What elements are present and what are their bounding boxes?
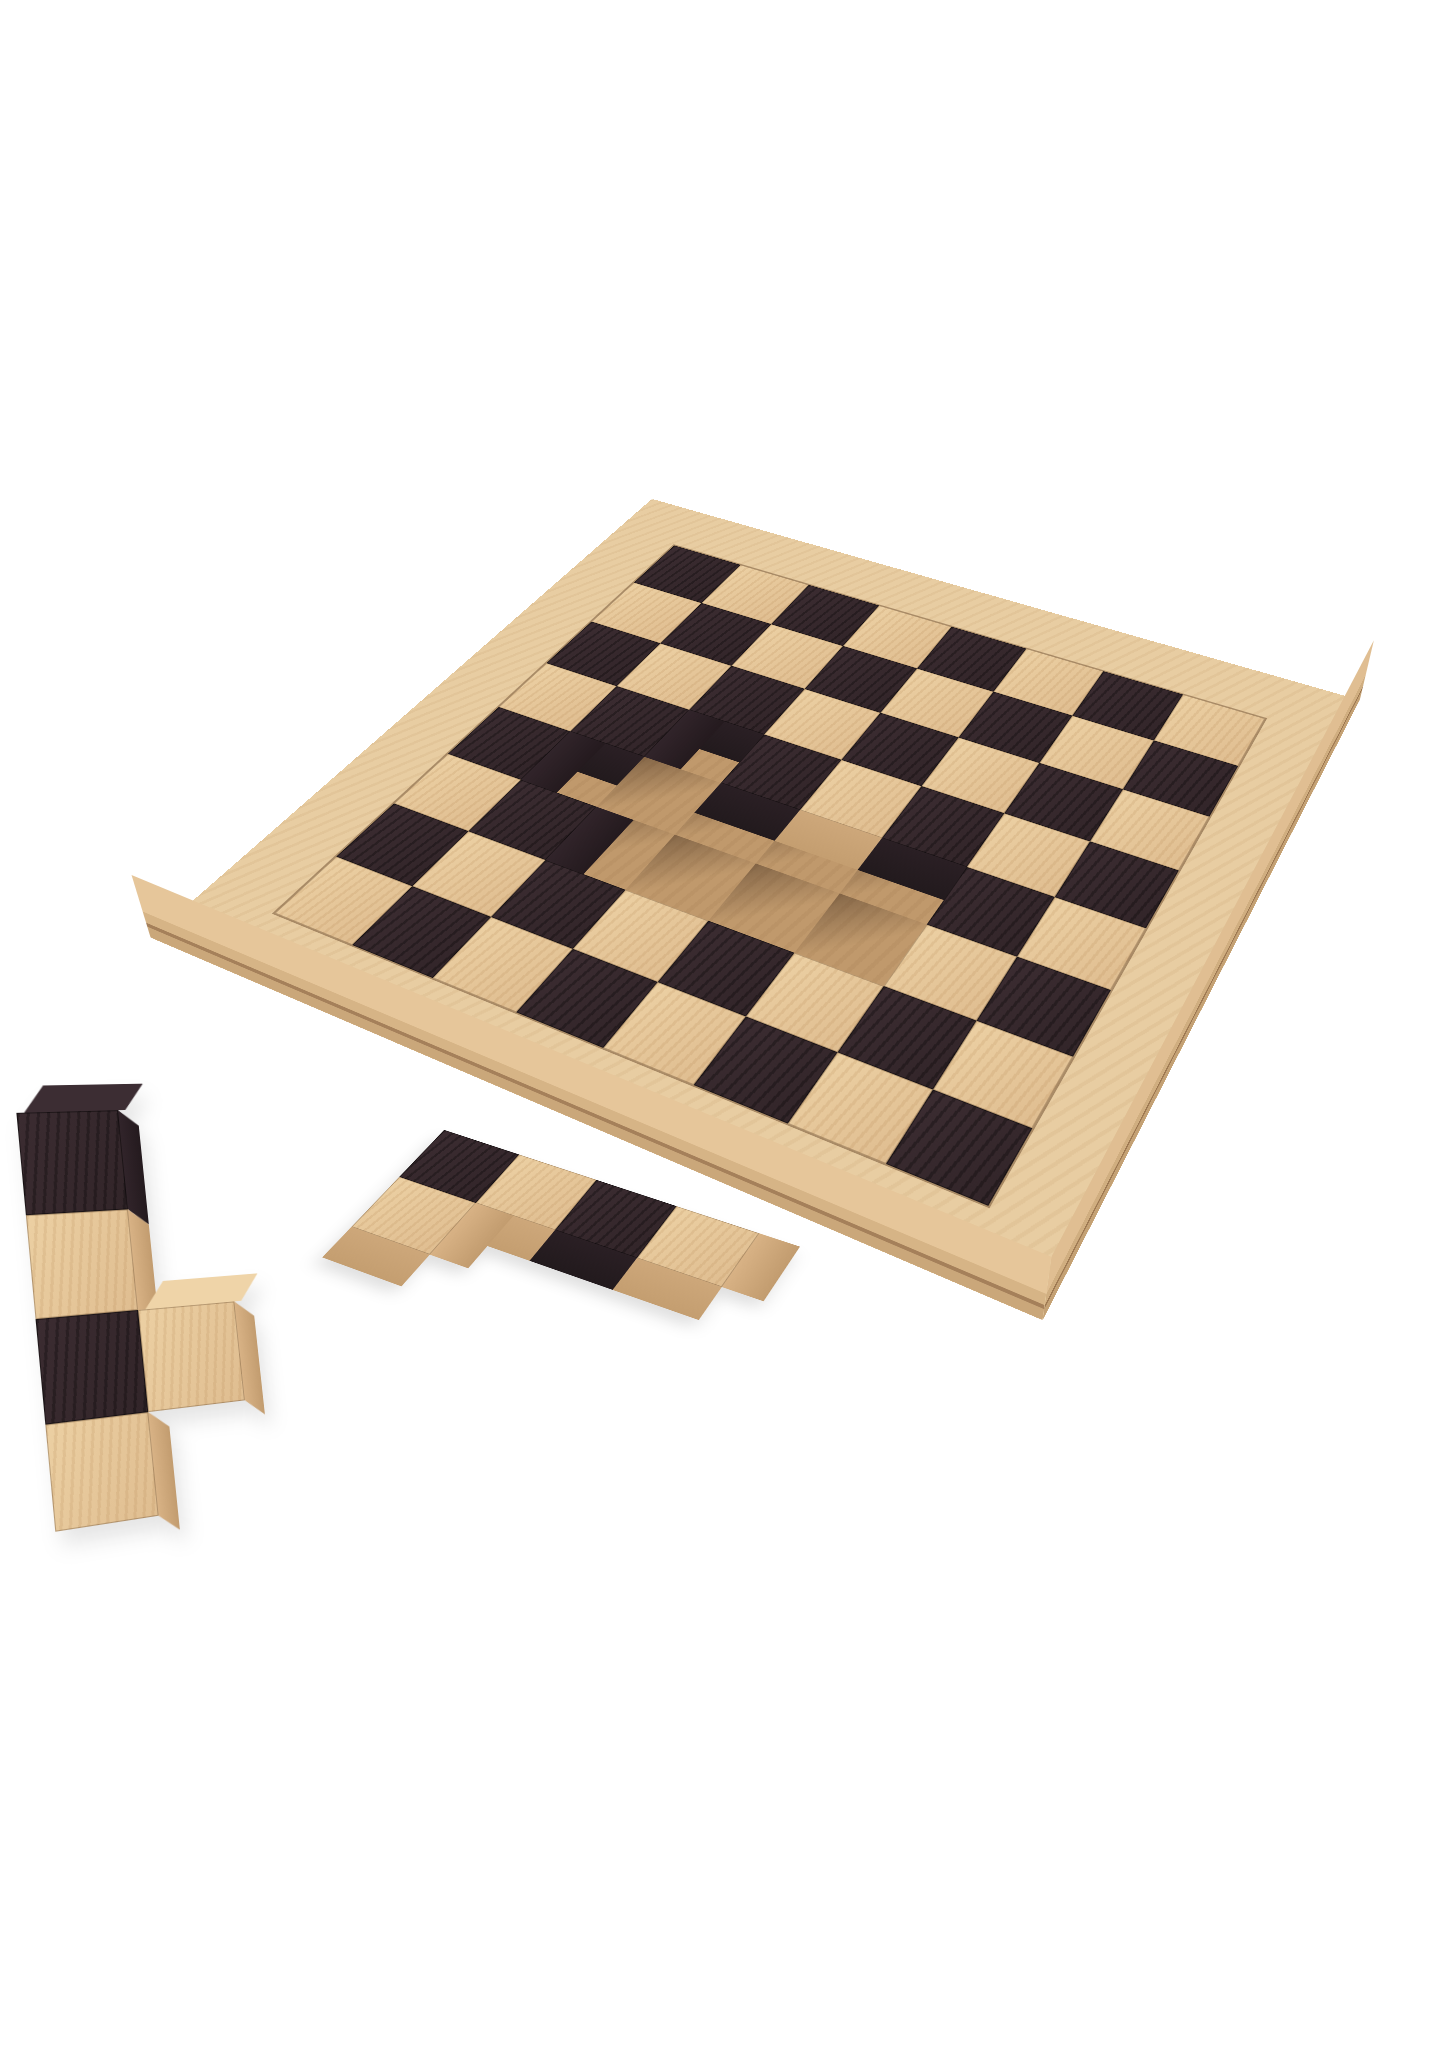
left-piece-cell-dark-block-r1c1[interactable] <box>16 1110 128 1215</box>
board-cell-dark-block-r8c8[interactable] <box>886 1090 1032 1206</box>
board-cell-light-block-r7c4[interactable] <box>573 890 709 982</box>
board-cell-light-block-r8c1[interactable] <box>275 857 413 946</box>
board-cell-light-block-r8c5[interactable] <box>603 982 746 1085</box>
left-piece-cell-empty-r2c2 <box>128 1204 234 1310</box>
board-cell-hole-r5c6 <box>840 838 967 924</box>
block-front-face <box>322 1227 429 1286</box>
block-side-face <box>722 1233 800 1301</box>
board-cell-dark-block-r8c6[interactable] <box>694 1016 838 1123</box>
puzzle-tray <box>151 499 1360 1320</box>
board-cell-light-block-r8c7[interactable] <box>788 1052 933 1164</box>
left-piece-cell-light-block-r2c1[interactable] <box>26 1209 138 1319</box>
board-cell-hole-r6c4 <box>626 835 756 921</box>
board-cell-light-block-r7c8[interactable] <box>933 1021 1073 1129</box>
board-cell-dark-block-r7c7[interactable] <box>838 986 977 1089</box>
left-piece-cell-dark-block-r3c1[interactable] <box>36 1310 149 1425</box>
board-cell-dark-block-r8c4[interactable] <box>516 949 657 1048</box>
block-side-face <box>234 1301 265 1414</box>
left-piece-cell-empty-r4c2 <box>148 1400 255 1515</box>
board-cell-light-block-r8c3[interactable] <box>433 917 573 1012</box>
board-cell-dark-block-r7c5[interactable] <box>658 921 795 1017</box>
board-cell-hole-r6c6 <box>794 893 926 986</box>
board-cell-dark-block-r8c2[interactable] <box>352 886 491 978</box>
block-top-face <box>25 1084 143 1113</box>
board-cell-dark-block-r7c1[interactable] <box>336 803 468 886</box>
loose-piece-y-pentomino[interactable] <box>16 1108 255 1532</box>
board-cell-dark-block-r5c7[interactable] <box>927 867 1055 957</box>
left-piece-cell-light-block-r4c1[interactable] <box>45 1412 158 1532</box>
board-cell-light-block-r7c6[interactable] <box>746 953 884 1053</box>
board-cell-light-block-r6c7[interactable] <box>884 924 1017 1020</box>
block-front-face <box>775 810 882 870</box>
board-cell-dark-block-r6c8[interactable] <box>977 957 1111 1057</box>
board-grid <box>275 545 1265 1205</box>
board-cell-hole-r5c5 <box>756 810 882 893</box>
board-cell-light-block-r4c7[interactable] <box>967 813 1090 897</box>
board-cell-light-block-r7c2[interactable] <box>412 831 545 917</box>
block-front-face <box>858 838 967 900</box>
left-piece-cell-light-block-r3c2[interactable] <box>138 1301 245 1412</box>
board-cell-dark-block-r4c8[interactable] <box>1055 841 1179 928</box>
tray-well <box>275 545 1265 1205</box>
block-side-face <box>546 807 634 874</box>
left-piece-cell-empty-r1c2 <box>118 1108 224 1210</box>
board-cell-hole-r6c5 <box>708 863 839 952</box>
board-cell-hole-r6c3 <box>546 807 675 890</box>
board-cell-dark-block-r7c3[interactable] <box>491 860 625 949</box>
board-cell-light-block-r5c8[interactable] <box>1017 897 1146 990</box>
